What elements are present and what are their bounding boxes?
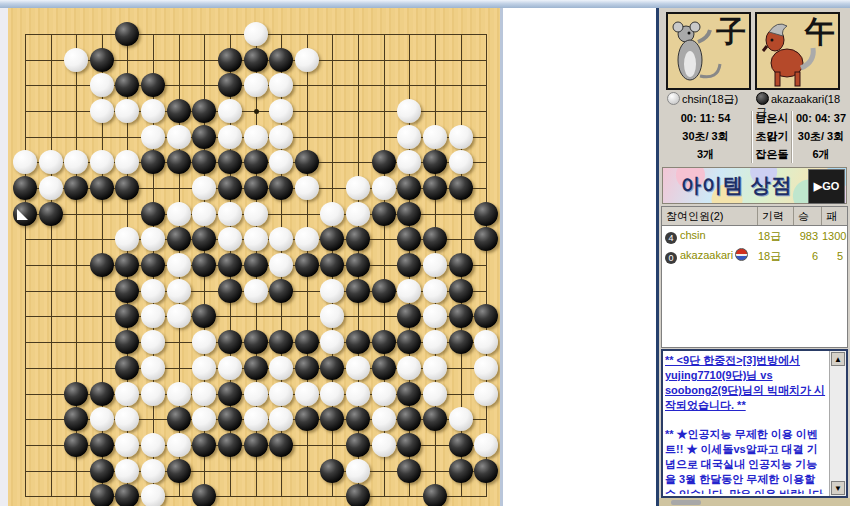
black-stone — [346, 484, 370, 506]
black-stone — [244, 253, 268, 277]
white-stone — [141, 304, 165, 328]
white-stone — [295, 48, 319, 72]
black-stone — [218, 279, 242, 303]
black-stone — [141, 253, 165, 277]
white-captures: 3개 — [659, 145, 752, 163]
white-stone — [218, 356, 242, 380]
black-stone — [218, 150, 242, 174]
white-stone — [244, 279, 268, 303]
white-stone — [115, 459, 139, 483]
header-participants: 참여인원(2) — [662, 207, 758, 225]
white-stone — [320, 304, 344, 328]
black-stone — [423, 407, 447, 431]
black-stone — [167, 150, 191, 174]
participant-row[interactable]: 0akazaakari 18급 6 5 — [662, 246, 847, 266]
white-stone — [64, 150, 88, 174]
black-stone — [397, 459, 421, 483]
chat-message: ** ★인공지능 무제한 이용 이벤트!! ★ 이세돌vs알파고 대결 기념으로… — [665, 427, 827, 494]
black-stone — [269, 330, 293, 354]
participant-rank: 18급 — [758, 249, 794, 264]
white-stone — [167, 304, 191, 328]
black-stone — [397, 330, 421, 354]
header-losses: 패 — [822, 207, 847, 225]
black-stone — [115, 304, 139, 328]
black-stone — [218, 176, 242, 200]
black-stone — [372, 279, 396, 303]
black-stone — [474, 459, 498, 483]
black-stone — [449, 459, 473, 483]
white-stone — [115, 150, 139, 174]
participant-losses: 5 — [822, 250, 847, 262]
black-captures: 6개 — [792, 145, 850, 163]
black-stone — [64, 407, 88, 431]
black-stone — [397, 304, 421, 328]
black-stone — [320, 356, 344, 380]
participant-wins: 6 — [794, 250, 822, 262]
white-stone — [167, 125, 191, 149]
clock-labels: 남은시간 초읽기 잡은돌 — [752, 109, 792, 165]
black-stone — [397, 407, 421, 431]
black-stone — [90, 459, 114, 483]
black-stone — [244, 433, 268, 457]
black-stone — [218, 253, 242, 277]
black-stone — [269, 279, 293, 303]
black-stone — [192, 150, 216, 174]
black-stone — [192, 227, 216, 251]
participant-name: akazaakari — [680, 249, 733, 261]
white-stone — [474, 382, 498, 406]
white-stone — [218, 99, 242, 123]
white-stone — [269, 125, 293, 149]
white-stone — [244, 73, 268, 97]
black-stone — [115, 73, 139, 97]
white-player-name: chsin(18급) — [667, 92, 753, 107]
black-stone — [141, 73, 165, 97]
white-stone — [192, 382, 216, 406]
black-stone — [167, 227, 191, 251]
white-stone — [423, 304, 447, 328]
black-stone — [346, 330, 370, 354]
white-stone — [218, 125, 242, 149]
white-clock: 00: 11: 54 30초/ 3회 3개 — [659, 109, 752, 165]
black-stone — [346, 279, 370, 303]
white-stone — [244, 125, 268, 149]
item-shop-label: 아이템 상점 — [681, 172, 793, 199]
black-stone — [320, 407, 344, 431]
black-stone — [295, 150, 319, 174]
white-stone — [269, 99, 293, 123]
black-stone — [244, 150, 268, 174]
white-stone — [218, 202, 242, 226]
white-stone-icon — [667, 92, 680, 105]
black-stone — [269, 48, 293, 72]
white-stone — [192, 330, 216, 354]
participant-name: chsin — [680, 229, 706, 241]
black-stone — [192, 125, 216, 149]
black-stone — [269, 433, 293, 457]
participant-losses: 1300 — [822, 230, 847, 242]
scroll-down-button[interactable]: ▼ — [831, 481, 845, 495]
black-stone — [474, 202, 498, 226]
black-stone — [423, 227, 447, 251]
white-stone — [423, 279, 447, 303]
divider — [751, 111, 752, 163]
black-stone — [64, 176, 88, 200]
participant-rank: 18급 — [758, 229, 794, 244]
black-stone — [90, 484, 114, 506]
white-stone — [167, 279, 191, 303]
white-stone — [141, 227, 165, 251]
black-stone — [397, 382, 421, 406]
game-client-window: 子 午 chsin(18급) akazaakari(18급 00: 11: — [0, 0, 850, 506]
white-stone — [244, 382, 268, 406]
white-stone — [449, 407, 473, 431]
black-time: 00: 04: 37 — [792, 109, 850, 127]
black-stone-icon — [756, 92, 769, 105]
white-stone — [346, 176, 370, 200]
white-stone — [90, 150, 114, 174]
black-player-name: akazaakari(18급 — [756, 92, 850, 107]
board-left-margin — [0, 8, 8, 506]
black-stone — [372, 356, 396, 380]
white-byoyomi: 30초/ 3회 — [659, 127, 752, 145]
white-stone — [167, 253, 191, 277]
white-stone — [372, 382, 396, 406]
black-stone — [218, 330, 242, 354]
white-stone — [90, 73, 114, 97]
black-stone — [320, 459, 344, 483]
black-stone — [218, 407, 242, 431]
white-stone — [346, 459, 370, 483]
empty-gap — [503, 8, 656, 506]
grid-line — [25, 34, 26, 497]
time-label: 남은시간 — [752, 109, 792, 127]
black-stone — [192, 433, 216, 457]
grid-line — [51, 34, 52, 497]
white-stone — [269, 227, 293, 251]
black-stone — [449, 330, 473, 354]
white-stone — [141, 433, 165, 457]
item-shop-banner[interactable]: 아이템 상점 ▶GO — [662, 167, 847, 204]
black-stone — [397, 253, 421, 277]
white-stone — [39, 176, 63, 200]
white-stone — [115, 382, 139, 406]
white-stone — [372, 407, 396, 431]
white-stone — [13, 150, 37, 174]
white-stone — [141, 125, 165, 149]
white-stone — [346, 382, 370, 406]
black-stone — [397, 176, 421, 200]
black-stone — [167, 99, 191, 123]
white-stone — [115, 407, 139, 431]
black-stone — [295, 330, 319, 354]
black-stone — [320, 227, 344, 251]
black-stone — [346, 253, 370, 277]
white-stone — [141, 330, 165, 354]
black-stone — [449, 253, 473, 277]
black-stone — [218, 433, 242, 457]
black-stone — [39, 202, 63, 226]
white-stone — [141, 484, 165, 506]
white-stone — [423, 356, 447, 380]
white-stone — [423, 382, 447, 406]
black-stone — [474, 227, 498, 251]
grid-line — [486, 34, 487, 497]
black-stone — [244, 330, 268, 354]
black-stone — [192, 253, 216, 277]
white-stone — [269, 150, 293, 174]
white-stone — [244, 22, 268, 46]
white-stone — [192, 176, 216, 200]
white-stone — [141, 382, 165, 406]
black-stone — [218, 48, 242, 72]
white-stone — [397, 125, 421, 149]
black-stone — [218, 73, 242, 97]
white-stone — [449, 125, 473, 149]
black-clock: 00: 04: 37 30초/ 3회 6개 — [792, 109, 850, 165]
white-stone — [397, 99, 421, 123]
white-stone — [320, 330, 344, 354]
black-stone — [449, 279, 473, 303]
shop-go-button[interactable]: ▶GO — [808, 169, 845, 204]
black-stone — [295, 253, 319, 277]
white-stone — [474, 356, 498, 380]
black-stone — [192, 484, 216, 506]
black-stone — [269, 176, 293, 200]
participant-list: 참여인원(2) 기력 승 패 4chsin 18급 983 1300 0akaz… — [661, 206, 848, 348]
black-stone — [115, 484, 139, 506]
black-stone — [423, 150, 447, 174]
white-stone — [141, 279, 165, 303]
black-stone — [90, 433, 114, 457]
event-icon — [735, 248, 748, 261]
zodiac-rat-hanja: 子 — [716, 12, 746, 53]
black-stone — [295, 407, 319, 431]
white-stone — [269, 73, 293, 97]
header-wins: 승 — [794, 207, 822, 225]
participant-row[interactable]: 4chsin 18급 983 1300 — [662, 226, 847, 246]
black-stone — [397, 433, 421, 457]
black-stone — [115, 356, 139, 380]
black-stone — [141, 202, 165, 226]
black-stone — [474, 304, 498, 328]
chat-scrollbar[interactable]: ▲ ▼ — [829, 351, 846, 496]
white-stone — [115, 227, 139, 251]
black-stone — [423, 176, 447, 200]
white-stone — [474, 433, 498, 457]
white-stone — [295, 382, 319, 406]
white-stone — [320, 279, 344, 303]
white-stone — [320, 382, 344, 406]
zodiac-horse-hanja: 午 — [805, 12, 835, 53]
black-stone — [115, 22, 139, 46]
white-stone — [423, 125, 447, 149]
white-stone — [244, 202, 268, 226]
white-stone — [115, 99, 139, 123]
horizontal-scroll-grip[interactable] — [671, 500, 701, 505]
white-stone — [167, 382, 191, 406]
black-stone — [449, 304, 473, 328]
black-stone — [13, 202, 37, 226]
black-stone — [115, 176, 139, 200]
white-stone — [295, 176, 319, 200]
clock-panel: 00: 11: 54 30초/ 3회 3개 남은시간 초읽기 잡은돌 00: 0… — [659, 109, 850, 165]
white-stone — [192, 407, 216, 431]
white-player-avatar-card: 子 — [666, 12, 751, 90]
white-stone — [90, 99, 114, 123]
black-stone — [397, 227, 421, 251]
white-stone — [192, 356, 216, 380]
black-stone — [346, 227, 370, 251]
black-byoyomi: 30초/ 3회 — [792, 127, 850, 145]
black-player-avatar-card: 午 — [755, 12, 840, 90]
black-stone — [192, 304, 216, 328]
white-stone — [269, 382, 293, 406]
byoyomi-label: 초읽기 — [752, 127, 792, 145]
black-stone — [115, 279, 139, 303]
black-stone — [372, 330, 396, 354]
rank-badge: 4 — [665, 232, 677, 244]
white-stone — [218, 227, 242, 251]
white-stone — [244, 227, 268, 251]
black-stone — [13, 176, 37, 200]
game-sidebar: 子 午 chsin(18급) akazaakari(18급 00: 11: — [656, 8, 850, 506]
black-stone — [192, 99, 216, 123]
white-stone — [423, 253, 447, 277]
white-stone — [167, 202, 191, 226]
black-stone — [346, 433, 370, 457]
white-stone — [372, 176, 396, 200]
white-stone — [64, 48, 88, 72]
black-stone — [115, 330, 139, 354]
white-stone — [167, 433, 191, 457]
white-stone — [269, 253, 293, 277]
white-stone — [244, 407, 268, 431]
white-stone — [39, 150, 63, 174]
black-stone — [244, 48, 268, 72]
white-stone — [141, 356, 165, 380]
black-stone — [372, 202, 396, 226]
rank-badge: 0 — [665, 252, 677, 264]
black-stone — [167, 459, 191, 483]
black-stone — [372, 150, 396, 174]
black-stone — [167, 407, 191, 431]
white-stone — [141, 99, 165, 123]
white-stone — [320, 202, 344, 226]
white-stone — [372, 433, 396, 457]
white-stone — [474, 330, 498, 354]
participant-list-header: 참여인원(2) 기력 승 패 — [662, 207, 847, 226]
black-stone — [397, 202, 421, 226]
go-board[interactable] — [8, 8, 500, 506]
header-rank: 기력 — [758, 207, 794, 225]
black-stone — [346, 407, 370, 431]
black-stone — [449, 176, 473, 200]
white-stone — [397, 356, 421, 380]
black-stone — [423, 484, 447, 506]
white-stone — [141, 459, 165, 483]
scroll-up-button[interactable]: ▲ — [831, 352, 845, 366]
captures-label: 잡은돌 — [752, 145, 792, 163]
black-stone — [90, 176, 114, 200]
black-stone — [141, 150, 165, 174]
chat-message: ** <9단 한중전>[3]번방에서 yujing7710(9단)님 vs so… — [665, 353, 827, 413]
black-stone — [295, 356, 319, 380]
white-stone — [449, 150, 473, 174]
black-stone — [90, 48, 114, 72]
divider — [791, 111, 792, 163]
white-stone — [423, 330, 447, 354]
black-stone — [218, 382, 242, 406]
white-stone — [115, 433, 139, 457]
star-point — [254, 109, 259, 114]
black-stone — [244, 176, 268, 200]
black-stone — [115, 253, 139, 277]
white-stone — [397, 150, 421, 174]
chat-panel[interactable]: ** <9단 한중전>[3]번방에서 yujing7710(9단)님 vs so… — [661, 349, 848, 498]
participant-wins: 983 — [794, 230, 822, 242]
black-stone — [90, 382, 114, 406]
white-stone — [269, 407, 293, 431]
white-time: 00: 11: 54 — [659, 109, 752, 127]
white-stone — [397, 279, 421, 303]
black-stone — [449, 433, 473, 457]
white-stone — [346, 202, 370, 226]
white-stone — [90, 407, 114, 431]
last-move-marker — [17, 209, 28, 220]
white-stone — [346, 356, 370, 380]
black-stone — [64, 382, 88, 406]
black-stone — [244, 356, 268, 380]
black-stone — [320, 253, 344, 277]
white-stone — [269, 356, 293, 380]
black-stone — [90, 253, 114, 277]
black-stone — [64, 433, 88, 457]
chat-messages: ** <9단 한중전>[3]번방에서 yujing7710(9단)님 vs so… — [665, 353, 827, 494]
white-stone — [295, 227, 319, 251]
white-stone — [192, 202, 216, 226]
